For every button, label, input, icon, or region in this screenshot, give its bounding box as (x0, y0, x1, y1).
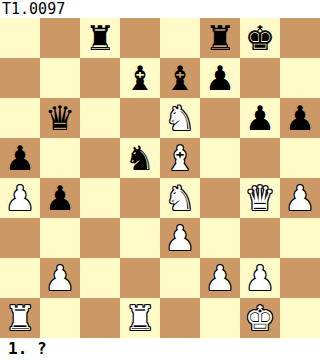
puzzle-id: T1.0097 (0, 0, 320, 18)
square-h5[interactable] (280, 138, 320, 178)
square-a2[interactable] (0, 258, 40, 298)
square-b2[interactable]: ♟ (40, 258, 80, 298)
square-h2[interactable] (280, 258, 320, 298)
piece-bR-c8[interactable]: ♜ (85, 18, 115, 58)
square-f7[interactable]: ♟ (200, 58, 240, 98)
piece-bP-f7[interactable]: ♟ (205, 58, 235, 98)
piece-wQ-g4[interactable]: ♛ (245, 178, 275, 218)
square-e6[interactable]: ♞ (160, 98, 200, 138)
square-a5[interactable]: ♟ (0, 138, 40, 178)
square-g5[interactable] (240, 138, 280, 178)
square-c6[interactable] (80, 98, 120, 138)
square-h3[interactable] (280, 218, 320, 258)
square-g6[interactable]: ♟ (240, 98, 280, 138)
square-h1[interactable] (280, 298, 320, 338)
square-f5[interactable] (200, 138, 240, 178)
square-e1[interactable] (160, 298, 200, 338)
piece-bR-f8[interactable]: ♜ (205, 18, 235, 58)
square-a4[interactable]: ♟ (0, 178, 40, 218)
piece-bP-a5[interactable]: ♟ (5, 138, 35, 178)
square-f3[interactable] (200, 218, 240, 258)
piece-wN-e4[interactable]: ♞ (165, 178, 195, 218)
square-g2[interactable]: ♟ (240, 258, 280, 298)
square-d4[interactable] (120, 178, 160, 218)
piece-wP-g2[interactable]: ♟ (245, 258, 275, 298)
piece-wK-g1[interactable]: ♚ (245, 298, 275, 338)
square-b7[interactable] (40, 58, 80, 98)
chess-board: ♜♜♚♝♝♟♛♞♟♟♟♞♝♟♟♞♛♟♟♟♟♟♜♜♚ (0, 18, 320, 338)
piece-bQ-b6[interactable]: ♛ (45, 98, 75, 138)
square-d2[interactable] (120, 258, 160, 298)
square-f6[interactable] (200, 98, 240, 138)
piece-bP-g6[interactable]: ♟ (245, 98, 275, 138)
square-h6[interactable]: ♟ (280, 98, 320, 138)
square-c5[interactable] (80, 138, 120, 178)
square-c4[interactable] (80, 178, 120, 218)
square-b1[interactable] (40, 298, 80, 338)
square-h8[interactable] (280, 18, 320, 58)
square-c3[interactable] (80, 218, 120, 258)
square-d3[interactable] (120, 218, 160, 258)
piece-wR-d1[interactable]: ♜ (125, 298, 155, 338)
piece-wP-f2[interactable]: ♟ (205, 258, 235, 298)
square-e4[interactable]: ♞ (160, 178, 200, 218)
square-a1[interactable]: ♜ (0, 298, 40, 338)
piece-wP-a4[interactable]: ♟ (5, 178, 35, 218)
square-b8[interactable] (40, 18, 80, 58)
piece-bP-b4[interactable]: ♟ (45, 178, 75, 218)
square-b6[interactable]: ♛ (40, 98, 80, 138)
square-b5[interactable] (40, 138, 80, 178)
square-d5[interactable]: ♞ (120, 138, 160, 178)
square-f8[interactable]: ♜ (200, 18, 240, 58)
square-h4[interactable]: ♟ (280, 178, 320, 218)
square-c7[interactable] (80, 58, 120, 98)
square-e7[interactable]: ♝ (160, 58, 200, 98)
square-g8[interactable]: ♚ (240, 18, 280, 58)
square-d7[interactable]: ♝ (120, 58, 160, 98)
square-e3[interactable]: ♟ (160, 218, 200, 258)
piece-wB-e5[interactable]: ♝ (165, 138, 195, 178)
square-g1[interactable]: ♚ (240, 298, 280, 338)
piece-wP-b2[interactable]: ♟ (45, 258, 75, 298)
square-c8[interactable]: ♜ (80, 18, 120, 58)
square-f1[interactable] (200, 298, 240, 338)
piece-bP-h6[interactable]: ♟ (285, 98, 315, 138)
square-e8[interactable] (160, 18, 200, 58)
square-a3[interactable] (0, 218, 40, 258)
move-prompt: 1. ? (0, 338, 320, 360)
chess-puzzle-app: T1.0097 ♜♜♚♝♝♟♛♞♟♟♟♞♝♟♟♞♛♟♟♟♟♟♜♜♚ 1. ? (0, 0, 320, 360)
piece-bK-g8[interactable]: ♚ (245, 18, 275, 58)
piece-wR-a1[interactable]: ♜ (5, 298, 35, 338)
square-g3[interactable] (240, 218, 280, 258)
square-c1[interactable] (80, 298, 120, 338)
square-g4[interactable]: ♛ (240, 178, 280, 218)
piece-bN-d5[interactable]: ♞ (125, 138, 155, 178)
piece-wP-h4[interactable]: ♟ (285, 178, 315, 218)
piece-wN-e6[interactable]: ♞ (165, 98, 195, 138)
piece-bB-e7[interactable]: ♝ (165, 58, 195, 98)
square-h7[interactable] (280, 58, 320, 98)
square-f2[interactable]: ♟ (200, 258, 240, 298)
square-a8[interactable] (0, 18, 40, 58)
square-a6[interactable] (0, 98, 40, 138)
square-d1[interactable]: ♜ (120, 298, 160, 338)
square-d8[interactable] (120, 18, 160, 58)
piece-bB-d7[interactable]: ♝ (125, 58, 155, 98)
square-b4[interactable]: ♟ (40, 178, 80, 218)
square-e2[interactable] (160, 258, 200, 298)
square-f4[interactable] (200, 178, 240, 218)
square-c2[interactable] (80, 258, 120, 298)
piece-wP-e3[interactable]: ♟ (165, 218, 195, 258)
square-e5[interactable]: ♝ (160, 138, 200, 178)
square-b3[interactable] (40, 218, 80, 258)
square-g7[interactable] (240, 58, 280, 98)
square-d6[interactable] (120, 98, 160, 138)
square-a7[interactable] (0, 58, 40, 98)
